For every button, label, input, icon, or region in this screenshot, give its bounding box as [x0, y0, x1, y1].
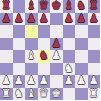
- square-h6[interactable]: [88, 25, 101, 38]
- square-e7[interactable]: [50, 13, 63, 26]
- square-b8[interactable]: [13, 0, 26, 13]
- white-bishop-icon[interactable]: ♝: [26, 50, 36, 63]
- white-rook-icon[interactable]: ♜: [89, 88, 99, 101]
- black-pawn-icon[interactable]: ♟: [76, 13, 86, 26]
- square-a1[interactable]: ♜: [0, 88, 13, 101]
- square-f6[interactable]: [63, 25, 76, 38]
- white-pawn-icon[interactable]: ♟: [1, 75, 11, 88]
- square-f1[interactable]: [63, 88, 76, 101]
- black-queen-icon[interactable]: ♛: [39, 0, 49, 13]
- square-g6[interactable]: [75, 25, 88, 38]
- square-g5[interactable]: [75, 38, 88, 51]
- square-c4[interactable]: ♝: [25, 50, 38, 63]
- black-rook-icon[interactable]: ♜: [1, 0, 11, 13]
- square-f5[interactable]: [63, 38, 76, 51]
- square-a7[interactable]: ♟: [0, 13, 13, 26]
- square-e2[interactable]: [50, 75, 63, 88]
- black-bishop-icon[interactable]: ♝: [64, 0, 74, 13]
- square-a3[interactable]: [0, 63, 13, 76]
- square-g3[interactable]: [75, 63, 88, 76]
- square-a6[interactable]: [0, 25, 13, 38]
- square-b6[interactable]: [13, 25, 26, 38]
- white-queen-icon[interactable]: ♛: [39, 88, 49, 101]
- square-d6[interactable]: [38, 25, 51, 38]
- square-d7[interactable]: ♟: [38, 13, 51, 26]
- square-e8[interactable]: ♚: [50, 0, 63, 13]
- square-g7[interactable]: ♟: [75, 13, 88, 26]
- black-bishop-icon[interactable]: ♝: [26, 0, 36, 13]
- black-king-icon[interactable]: ♚: [51, 0, 61, 13]
- square-d3[interactable]: [38, 63, 51, 76]
- white-pawn-icon[interactable]: ♟: [39, 75, 49, 88]
- black-rook-icon[interactable]: ♜: [89, 0, 99, 13]
- square-c1[interactable]: ♝: [25, 88, 38, 101]
- square-h8[interactable]: ♜: [88, 0, 101, 13]
- square-e4[interactable]: ♟: [50, 50, 63, 63]
- square-a2[interactable]: ♟: [0, 75, 13, 88]
- square-g8[interactable]: ♞: [75, 0, 88, 13]
- square-d2[interactable]: ♟: [38, 75, 51, 88]
- white-pawn-icon[interactable]: ♟: [51, 50, 61, 63]
- white-pawn-icon[interactable]: ♟: [26, 75, 36, 88]
- white-pawn-icon[interactable]: ♟: [14, 75, 24, 88]
- white-knight-icon[interactable]: ♞: [14, 88, 24, 101]
- square-c5[interactable]: [25, 38, 38, 51]
- square-d4[interactable]: ♞: [38, 50, 51, 63]
- square-c2[interactable]: ♟: [25, 75, 38, 88]
- square-h3[interactable]: [88, 63, 101, 76]
- black-pawn-icon[interactable]: ♟: [51, 38, 61, 51]
- square-b7[interactable]: ♟: [13, 13, 26, 26]
- square-b4[interactable]: [13, 50, 26, 63]
- black-pawn-icon[interactable]: ♟: [39, 13, 49, 26]
- black-pawn-icon[interactable]: ♟: [1, 13, 11, 26]
- white-pawn-icon[interactable]: ♟: [64, 75, 74, 88]
- black-pawn-icon[interactable]: ♟: [14, 13, 24, 26]
- square-g1[interactable]: [75, 88, 88, 101]
- square-e1[interactable]: ♚: [50, 88, 63, 101]
- square-c6[interactable]: [25, 25, 38, 38]
- square-h4[interactable]: [88, 50, 101, 63]
- square-e6[interactable]: [50, 25, 63, 38]
- white-knight-icon[interactable]: ♞: [64, 63, 74, 76]
- square-b5[interactable]: [13, 38, 26, 51]
- black-pawn-icon[interactable]: ♟: [89, 13, 99, 26]
- square-f3[interactable]: ♞: [63, 63, 76, 76]
- square-b3[interactable]: [13, 63, 26, 76]
- white-king-icon[interactable]: ♚: [51, 88, 61, 101]
- square-d5[interactable]: [38, 38, 51, 51]
- white-pawn-icon[interactable]: ♟: [76, 75, 86, 88]
- square-a4[interactable]: [0, 50, 13, 63]
- square-d8[interactable]: ♛: [38, 0, 51, 13]
- square-f2[interactable]: ♟: [63, 75, 76, 88]
- black-pawn-icon[interactable]: ♟: [64, 13, 74, 26]
- square-h1[interactable]: ♜: [88, 88, 101, 101]
- black-pawn-icon[interactable]: ♟: [26, 13, 36, 26]
- square-b1[interactable]: ♞: [13, 88, 26, 101]
- square-e3[interactable]: [50, 63, 63, 76]
- white-bishop-icon[interactable]: ♝: [26, 88, 36, 101]
- square-c7[interactable]: ♟: [25, 13, 38, 26]
- square-e5[interactable]: ♟: [50, 38, 63, 51]
- square-h5[interactable]: [88, 38, 101, 51]
- square-g2[interactable]: ♟: [75, 75, 88, 88]
- square-d1[interactable]: ♛: [38, 88, 51, 101]
- square-f4[interactable]: [63, 50, 76, 63]
- white-rook-icon[interactable]: ♜: [1, 88, 11, 101]
- square-a8[interactable]: ♜: [0, 0, 13, 13]
- black-knight-icon[interactable]: ♞: [39, 50, 49, 63]
- white-pawn-icon[interactable]: ♟: [89, 75, 99, 88]
- square-a5[interactable]: [0, 38, 13, 51]
- black-knight-icon[interactable]: ♞: [76, 0, 86, 13]
- square-f8[interactable]: ♝: [63, 0, 76, 13]
- square-c8[interactable]: ♝: [25, 0, 38, 13]
- square-c3[interactable]: [25, 63, 38, 76]
- square-b2[interactable]: ♟: [13, 75, 26, 88]
- square-h2[interactable]: ♟: [88, 75, 101, 88]
- square-g4[interactable]: [75, 50, 88, 63]
- square-f7[interactable]: ♟: [63, 13, 76, 26]
- chess-board: ♜♝♛♚♝♞♜♟♟♟♟♟♟♟♟♝♞♟♞♟♟♟♟♟♟♟♜♞♝♛♚♜: [0, 0, 100, 100]
- square-h7[interactable]: ♟: [88, 13, 101, 26]
